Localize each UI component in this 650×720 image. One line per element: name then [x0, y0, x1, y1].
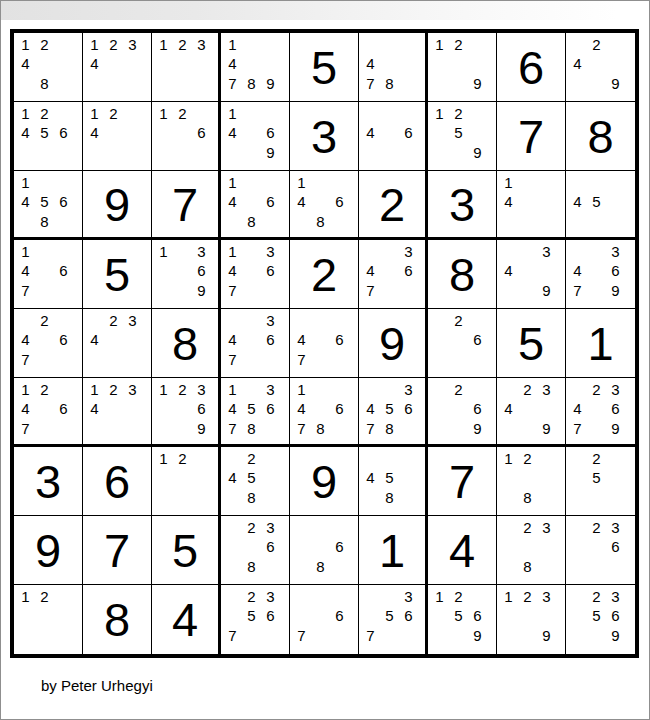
pencil-mark: 1 [154, 449, 173, 468]
cell-r8c2[interactable]: 7 [83, 516, 152, 585]
pencil-mark: 7 [292, 419, 311, 438]
pencil-mark: 2 [587, 449, 606, 468]
pencil-empty [104, 74, 123, 93]
pencil-marks: 1369 [154, 242, 211, 300]
pencil-mark: 1 [430, 587, 449, 606]
cell-r4c2[interactable]: 5 [83, 240, 152, 309]
cell-r3c5[interactable]: 1468 [290, 171, 359, 240]
pencil-marks: 3567 [361, 587, 418, 645]
pencil-mark: 9 [606, 281, 625, 300]
pencil-mark: 8 [380, 419, 399, 438]
cell-r2c1[interactable]: 12456 [14, 102, 83, 171]
cell-r8c3[interactable]: 5 [152, 516, 221, 585]
pencil-empty [399, 54, 418, 73]
pencil-empty [261, 350, 280, 369]
pencil-mark: 3 [537, 242, 556, 261]
pencil-empty [85, 419, 104, 438]
pencil-mark: 7 [223, 419, 242, 438]
pencil-empty [518, 192, 537, 211]
pencil-empty [242, 350, 261, 369]
pencil-empty [311, 518, 330, 537]
pencil-empty [292, 537, 311, 556]
pencil-mark: 8 [311, 212, 330, 231]
pencil-mark: 2 [518, 380, 537, 399]
pencil-mark: 1 [16, 173, 35, 192]
pencil-empty [380, 587, 399, 606]
cell-r8c9[interactable]: 236 [566, 516, 635, 585]
pencil-empty [568, 537, 587, 556]
cell-r9c9[interactable]: 23569 [566, 585, 635, 654]
cell-r6c7[interactable]: 269 [428, 378, 497, 447]
pencil-empty [499, 380, 518, 399]
cell-r9c4[interactable]: 23567 [221, 585, 290, 654]
cell-r6c9[interactable]: 234679 [566, 378, 635, 447]
pencil-mark: 3 [261, 311, 280, 330]
pencil-empty [606, 488, 625, 507]
pencil-mark: 9 [606, 74, 625, 93]
cell-r4c6[interactable]: 3467 [359, 240, 428, 309]
cell-r4c1[interactable]: 1467 [14, 240, 83, 309]
pencil-empty [380, 35, 399, 54]
cell-r9c7[interactable]: 12569 [428, 585, 497, 654]
cell-r4c4[interactable]: 13467 [221, 240, 290, 309]
pencil-mark: 7 [568, 281, 587, 300]
cell-value: 2 [290, 240, 358, 308]
pencil-empty [35, 281, 54, 300]
pencil-empty [518, 281, 537, 300]
pencil-empty [568, 468, 587, 487]
pencil-empty [468, 380, 487, 399]
cell-r7c7[interactable]: 7 [428, 447, 497, 516]
pencil-marks: 1468 [292, 173, 349, 231]
pencil-empty [587, 54, 606, 73]
cell-r6c1[interactable]: 12467 [14, 378, 83, 447]
pencil-mark: 6 [399, 399, 418, 418]
pencil-empty [380, 261, 399, 280]
pencil-mark: 9 [606, 419, 625, 438]
cell-r3c7[interactable]: 3 [428, 171, 497, 240]
cell-value: 2 [359, 171, 425, 237]
cell-r2c7[interactable]: 1259 [428, 102, 497, 171]
cell-r9c6[interactable]: 3567 [359, 585, 428, 654]
pencil-mark: 8 [380, 488, 399, 507]
pencil-empty [311, 606, 330, 625]
pencil-empty [242, 104, 261, 123]
pencil-empty [173, 281, 192, 300]
cell-r5c8[interactable]: 5 [497, 309, 566, 378]
cell-r6c2[interactable]: 1234 [83, 378, 152, 447]
pencil-mark: 3 [261, 587, 280, 606]
pencil-mark: 9 [261, 143, 280, 162]
pencil-mark: 6 [54, 192, 73, 211]
cell-r2c3[interactable]: 126 [152, 102, 221, 171]
pencil-mark: 6 [330, 330, 349, 349]
pencil-empty [173, 123, 192, 142]
pencil-empty [587, 212, 606, 231]
pencil-mark: 4 [223, 261, 242, 280]
cell-r3c9[interactable]: 45 [566, 171, 635, 240]
pencil-mark: 9 [468, 419, 487, 438]
pencil-empty [54, 606, 73, 625]
cell-r7c5[interactable]: 9 [290, 447, 359, 516]
cell-r5c9[interactable]: 1 [566, 309, 635, 378]
pencil-mark: 7 [223, 281, 242, 300]
pencil-empty [123, 74, 142, 93]
cell-r6c5[interactable]: 14678 [290, 378, 359, 447]
cell-r5c1[interactable]: 2467 [14, 309, 83, 378]
pencil-empty [242, 143, 261, 162]
pencil-marks: 2467 [16, 311, 73, 369]
pencil-empty [261, 626, 280, 645]
cell-r6c8[interactable]: 2349 [497, 378, 566, 447]
pencil-mark: 2 [518, 518, 537, 537]
pencil-empty [449, 399, 468, 418]
pencil-mark: 1 [154, 380, 173, 399]
pencil-marks: 12456 [16, 104, 73, 162]
pencil-marks: 128 [499, 449, 556, 507]
pencil-empty [518, 606, 537, 625]
pencil-empty [261, 54, 280, 73]
pencil-empty [54, 350, 73, 369]
pencil-mark: 1 [292, 380, 311, 399]
cell-r7c2[interactable]: 6 [83, 447, 152, 516]
cell-r5c6[interactable]: 9 [359, 309, 428, 378]
pencil-empty [292, 311, 311, 330]
pencil-mark: 3 [606, 587, 625, 606]
pencil-empty [173, 399, 192, 418]
pencil-empty [587, 399, 606, 418]
pencil-empty [242, 54, 261, 73]
pencil-empty [16, 311, 35, 330]
pencil-mark: 7 [223, 626, 242, 645]
cell-r3c2[interactable]: 9 [83, 171, 152, 240]
cell-r6c3[interactable]: 12369 [152, 378, 221, 447]
pencil-empty [468, 311, 487, 330]
cell-r5c2[interactable]: 234 [83, 309, 152, 378]
pencil-empty [430, 54, 449, 73]
cell-r4c5[interactable]: 2 [290, 240, 359, 309]
pencil-mark: 1 [85, 35, 104, 54]
pencil-mark: 1 [499, 449, 518, 468]
pencil-mark: 8 [242, 557, 261, 576]
pencil-mark: 2 [35, 380, 54, 399]
pencil-empty [154, 123, 173, 142]
cell-r9c1[interactable]: 12 [14, 585, 83, 654]
pencil-mark: 2 [518, 449, 537, 468]
pencil-marks: 12369 [154, 380, 211, 438]
pencil-mark: 7 [16, 281, 35, 300]
pencil-mark: 8 [311, 557, 330, 576]
pencil-empty [518, 468, 537, 487]
pencil-marks: 1345678 [223, 380, 280, 438]
pencil-empty [223, 518, 242, 537]
cell-r1c2[interactable]: 1234 [83, 33, 152, 102]
pencil-empty [587, 488, 606, 507]
pencil-empty [361, 606, 380, 625]
pencil-empty [587, 281, 606, 300]
cell-r1c4[interactable]: 14789 [221, 33, 290, 102]
pencil-empty [223, 449, 242, 468]
pencil-empty [499, 488, 518, 507]
pencil-mark: 2 [35, 35, 54, 54]
pencil-mark: 9 [537, 281, 556, 300]
cell-r8c6[interactable]: 1 [359, 516, 428, 585]
pencil-empty [173, 488, 192, 507]
pencil-empty [242, 311, 261, 330]
cell-r4c9[interactable]: 34679 [566, 240, 635, 309]
pencil-empty [311, 192, 330, 211]
pencil-empty [449, 330, 468, 349]
pencil-mark: 3 [261, 518, 280, 537]
pencil-mark: 7 [223, 350, 242, 369]
pencil-empty [568, 626, 587, 645]
pencil-empty [361, 380, 380, 399]
pencil-empty [587, 173, 606, 192]
pencil-empty [192, 143, 211, 162]
pencil-mark: 3 [123, 311, 142, 330]
cell-r7c9[interactable]: 25 [566, 447, 635, 516]
cell-r8c4[interactable]: 2368 [221, 516, 290, 585]
cell-r7c4[interactable]: 2458 [221, 447, 290, 516]
pencil-marks: 25 [568, 449, 625, 507]
pencil-empty [330, 173, 349, 192]
cell-r7c6[interactable]: 458 [359, 447, 428, 516]
pencil-mark: 6 [330, 399, 349, 418]
pencil-empty [430, 123, 449, 142]
cell-r7c1[interactable]: 3 [14, 447, 83, 516]
pencil-empty [104, 54, 123, 73]
pencil-mark: 6 [192, 123, 211, 142]
cell-r2c6[interactable]: 46 [359, 102, 428, 171]
pencil-mark: 4 [568, 261, 587, 280]
pencil-marks: 1234 [85, 380, 142, 438]
pencil-mark: 1 [16, 104, 35, 123]
cell-r2c5[interactable]: 3 [290, 102, 359, 171]
pencil-empty [380, 626, 399, 645]
pencil-empty [261, 557, 280, 576]
cell-r1c9[interactable]: 249 [566, 33, 635, 102]
cell-r1c6[interactable]: 478 [359, 33, 428, 102]
pencil-empty [54, 242, 73, 261]
cell-r5c4[interactable]: 3467 [221, 309, 290, 378]
toolbar-strip [1, 1, 649, 20]
cell-r6c4[interactable]: 1345678 [221, 378, 290, 447]
pencil-empty [587, 419, 606, 438]
pencil-empty [311, 626, 330, 645]
pencil-empty [468, 104, 487, 123]
pencil-mark: 4 [16, 54, 35, 73]
pencil-marks: 68 [292, 518, 349, 576]
pencil-empty [568, 242, 587, 261]
pencil-empty [261, 104, 280, 123]
pencil-mark: 8 [242, 419, 261, 438]
cell-r6c6[interactable]: 345678 [359, 378, 428, 447]
pencil-empty [606, 468, 625, 487]
pencil-empty [242, 242, 261, 261]
pencil-empty [380, 281, 399, 300]
pencil-empty [154, 419, 173, 438]
cell-r8c7[interactable]: 4 [428, 516, 497, 585]
pencil-empty [499, 419, 518, 438]
pencil-marks: 2349 [499, 380, 556, 438]
pencil-empty [380, 104, 399, 123]
pencil-empty [54, 74, 73, 93]
cell-value: 6 [497, 33, 565, 101]
pencil-empty [568, 173, 587, 192]
pencil-empty [16, 143, 35, 162]
cell-r5c3[interactable]: 8 [152, 309, 221, 378]
cell-r8c1[interactable]: 9 [14, 516, 83, 585]
cell-r8c8[interactable]: 238 [497, 516, 566, 585]
pencil-empty [430, 419, 449, 438]
pencil-empty [261, 35, 280, 54]
cell-r2c2[interactable]: 124 [83, 102, 152, 171]
cell-r2c9[interactable]: 8 [566, 102, 635, 171]
pencil-mark: 2 [35, 587, 54, 606]
cell-r1c8[interactable]: 6 [497, 33, 566, 102]
pencil-mark: 9 [192, 419, 211, 438]
pencil-empty [380, 54, 399, 73]
pencil-mark: 2 [449, 35, 468, 54]
pencil-empty [430, 311, 449, 330]
cell-r9c8[interactable]: 1239 [497, 585, 566, 654]
pencil-empty [192, 488, 211, 507]
pencil-empty [311, 173, 330, 192]
pencil-empty [468, 123, 487, 142]
pencil-mark: 1 [16, 380, 35, 399]
pencil-empty [499, 606, 518, 625]
cell-r1c1[interactable]: 1248 [14, 33, 83, 102]
cell-r3c4[interactable]: 1468 [221, 171, 290, 240]
cell-value: 3 [290, 102, 358, 170]
pencil-mark: 8 [380, 74, 399, 93]
cell-value: 5 [152, 516, 218, 584]
pencil-empty [380, 449, 399, 468]
pencil-mark: 1 [430, 104, 449, 123]
pencil-empty [587, 557, 606, 576]
cell-r4c7[interactable]: 8 [428, 240, 497, 309]
cell-r9c3[interactable]: 4 [152, 585, 221, 654]
cell-r1c3[interactable]: 123 [152, 33, 221, 102]
pencil-mark: 1 [154, 242, 173, 261]
pencil-empty [261, 468, 280, 487]
pencil-mark: 2 [587, 35, 606, 54]
cell-value: 7 [497, 102, 565, 170]
cell-value: 5 [290, 33, 358, 101]
cell-r1c5[interactable]: 5 [290, 33, 359, 102]
pencil-marks: 234 [85, 311, 142, 369]
pencil-marks: 349 [499, 242, 556, 300]
pencil-empty [35, 54, 54, 73]
pencil-empty [330, 419, 349, 438]
pencil-empty [430, 143, 449, 162]
pencil-mark: 4 [568, 54, 587, 73]
pencil-empty [311, 587, 330, 606]
pencil-empty [123, 143, 142, 162]
pencil-empty [242, 330, 261, 349]
pencil-mark: 1 [499, 587, 518, 606]
cell-value: 4 [152, 585, 218, 654]
pencil-mark: 5 [449, 606, 468, 625]
pencil-mark: 4 [361, 54, 380, 73]
pencil-empty [468, 350, 487, 369]
pencil-empty [568, 74, 587, 93]
pencil-mark: 8 [35, 212, 54, 231]
pencil-empty [104, 123, 123, 142]
cell-r3c3[interactable]: 7 [152, 171, 221, 240]
pencil-mark: 6 [468, 399, 487, 418]
pencil-empty [499, 537, 518, 556]
pencil-marks: 238 [499, 518, 556, 576]
pencil-mark: 5 [449, 123, 468, 142]
cell-r3c8[interactable]: 14 [497, 171, 566, 240]
cell-value: 3 [428, 171, 496, 237]
pencil-empty [35, 330, 54, 349]
pencil-empty [537, 449, 556, 468]
pencil-empty [223, 311, 242, 330]
pencil-empty [537, 606, 556, 625]
pencil-empty [449, 626, 468, 645]
pencil-empty [35, 261, 54, 280]
cell-r2c4[interactable]: 1469 [221, 102, 290, 171]
cell-r4c8[interactable]: 349 [497, 240, 566, 309]
pencil-empty [430, 626, 449, 645]
pencil-marks: 26 [430, 311, 487, 369]
pencil-mark: 7 [292, 350, 311, 369]
pencil-marks: 14 [499, 173, 556, 231]
cell-value: 9 [83, 171, 151, 237]
pencil-mark: 3 [399, 380, 418, 399]
pencil-marks: 13467 [223, 242, 280, 300]
cell-r5c5[interactable]: 467 [290, 309, 359, 378]
pencil-mark: 4 [361, 123, 380, 142]
pencil-mark: 7 [292, 626, 311, 645]
pencil-empty [242, 537, 261, 556]
cell-r9c5[interactable]: 67 [290, 585, 359, 654]
pencil-empty [311, 380, 330, 399]
cell-r3c6[interactable]: 2 [359, 171, 428, 240]
cell-r3c1[interactable]: 14568 [14, 171, 83, 240]
pencil-empty [399, 468, 418, 487]
pencil-mark: 1 [85, 104, 104, 123]
pencil-empty [606, 212, 625, 231]
cell-r4c3[interactable]: 1369 [152, 240, 221, 309]
pencil-mark: 7 [223, 74, 242, 93]
pencil-empty [54, 104, 73, 123]
cell-r1c7[interactable]: 129 [428, 33, 497, 102]
pencil-empty [242, 173, 261, 192]
cell-r7c8[interactable]: 128 [497, 447, 566, 516]
pencil-mark: 4 [223, 192, 242, 211]
cell-r9c2[interactable]: 8 [83, 585, 152, 654]
pencil-empty [330, 350, 349, 369]
pencil-marks: 1259 [430, 104, 487, 162]
pencil-mark: 9 [537, 419, 556, 438]
pencil-mark: 4 [85, 399, 104, 418]
pencil-empty [311, 399, 330, 418]
pencil-empty [35, 143, 54, 162]
pencil-empty [449, 143, 468, 162]
pencil-empty [311, 330, 330, 349]
cell-r7c3[interactable]: 12 [152, 447, 221, 516]
cell-r8c5[interactable]: 68 [290, 516, 359, 585]
pencil-empty [537, 399, 556, 418]
pencil-empty [430, 380, 449, 399]
pencil-empty [54, 587, 73, 606]
cell-r2c8[interactable]: 7 [497, 102, 566, 171]
pencil-mark: 6 [330, 537, 349, 556]
cell-r5c7[interactable]: 26 [428, 309, 497, 378]
